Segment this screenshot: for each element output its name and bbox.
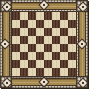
board-square[interactable] (52, 12, 60, 20)
corner-rosette-bottom-left (0, 76, 12, 88)
board-square[interactable] (52, 20, 60, 28)
board-square[interactable] (68, 20, 76, 28)
board-square[interactable] (60, 44, 68, 52)
board-square[interactable] (36, 20, 44, 28)
board-square[interactable] (60, 20, 68, 28)
board-square[interactable] (44, 28, 52, 36)
board-square[interactable] (20, 44, 28, 52)
board-square[interactable] (52, 28, 60, 36)
board-square[interactable] (60, 36, 68, 44)
board-square[interactable] (68, 12, 76, 20)
board-square[interactable] (28, 60, 36, 68)
board-square[interactable] (44, 60, 52, 68)
board-square[interactable] (36, 28, 44, 36)
board-square[interactable] (12, 52, 20, 60)
board-square[interactable] (44, 52, 52, 60)
board-square[interactable] (44, 20, 52, 28)
board-square[interactable] (68, 28, 76, 36)
board-square[interactable] (60, 52, 68, 60)
board-square[interactable] (44, 44, 52, 52)
board-square[interactable] (20, 60, 28, 68)
board-square[interactable] (68, 68, 76, 76)
board-square[interactable] (20, 36, 28, 44)
board-square[interactable] (12, 36, 20, 44)
board-square[interactable] (52, 60, 60, 68)
board-square[interactable] (28, 20, 36, 28)
board-square[interactable] (12, 68, 20, 76)
corner-rosette-top-right (76, 0, 88, 12)
board-square[interactable] (60, 68, 68, 76)
board-square[interactable] (52, 68, 60, 76)
corner-rosette-bottom-right (76, 76, 88, 88)
board-square[interactable] (12, 12, 20, 20)
board-square[interactable] (28, 36, 36, 44)
rosette-star-icon (1, 1, 12, 12)
board-square[interactable] (20, 68, 28, 76)
board-square[interactable] (68, 52, 76, 60)
board-square[interactable] (60, 60, 68, 68)
board-square[interactable] (52, 52, 60, 60)
board-square[interactable] (28, 12, 36, 20)
rosette-star-icon (77, 77, 88, 88)
board-square[interactable] (36, 68, 44, 76)
chess-board (12, 12, 76, 76)
board-square[interactable] (28, 28, 36, 36)
board-square[interactable] (36, 60, 44, 68)
board-square[interactable] (36, 12, 44, 20)
board-square[interactable] (20, 12, 28, 20)
board-square[interactable] (68, 36, 76, 44)
board-square[interactable] (68, 44, 76, 52)
board-square[interactable] (20, 52, 28, 60)
corner-rosette-top-left (0, 0, 12, 12)
board-square[interactable] (12, 44, 20, 52)
board-square[interactable] (52, 44, 60, 52)
board-square[interactable] (44, 68, 52, 76)
board-square[interactable] (36, 36, 44, 44)
board-square[interactable] (12, 60, 20, 68)
rosette-star-icon (77, 1, 88, 12)
board-square[interactable] (36, 44, 44, 52)
board-square[interactable] (20, 20, 28, 28)
board-square[interactable] (68, 60, 76, 68)
board-square[interactable] (20, 28, 28, 36)
chess-board-photo (0, 0, 88, 88)
board-square[interactable] (12, 20, 20, 28)
board-square[interactable] (44, 12, 52, 20)
board-square[interactable] (60, 28, 68, 36)
rosette-star-icon (1, 77, 12, 88)
board-square[interactable] (52, 36, 60, 44)
board-square[interactable] (28, 52, 36, 60)
board-square[interactable] (28, 44, 36, 52)
board-square[interactable] (36, 52, 44, 60)
board-square[interactable] (60, 12, 68, 20)
board-square[interactable] (28, 68, 36, 76)
board-square[interactable] (12, 28, 20, 36)
board-square[interactable] (44, 36, 52, 44)
